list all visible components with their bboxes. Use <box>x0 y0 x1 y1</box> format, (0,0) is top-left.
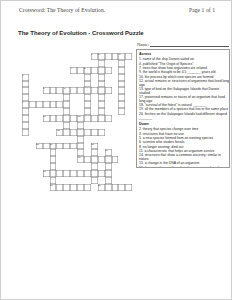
grid-cell[interactable] <box>105 115 112 122</box>
grid-blank <box>29 149 36 156</box>
grid-cell[interactable] <box>22 129 29 136</box>
grid-cell[interactable] <box>22 81 29 88</box>
grid-cell[interactable] <box>50 149 57 156</box>
grid-blank <box>98 122 105 129</box>
grid-cell[interactable] <box>77 87 84 94</box>
grid-cell[interactable] <box>84 108 91 115</box>
clue-item: 16. these reptiles are thought to be anc… <box>139 165 230 168</box>
grid-cell[interactable] <box>98 108 105 115</box>
grid-blank <box>36 170 43 177</box>
clue-number: 9 <box>22 101 23 103</box>
grid-cell[interactable] <box>70 143 77 150</box>
grid-cell[interactable]: 10 <box>43 115 50 122</box>
grid-cell[interactable] <box>91 170 98 177</box>
grid-blank <box>105 60 112 67</box>
grid-cell[interactable] <box>84 81 91 88</box>
grid-blank <box>22 60 29 67</box>
grid-cell[interactable] <box>77 136 84 143</box>
grid-cell[interactable] <box>70 115 77 122</box>
grid-blank <box>112 101 119 108</box>
grid-cell[interactable] <box>118 184 125 191</box>
grid-cell[interactable] <box>29 101 36 108</box>
grid-blank <box>43 53 50 60</box>
grid-cell[interactable] <box>77 67 84 74</box>
grid-cell[interactable] <box>105 87 112 94</box>
grid-blank <box>118 143 125 150</box>
grid-blank <box>36 108 43 115</box>
grid-cell[interactable]: 8 <box>63 87 70 94</box>
grid-cell[interactable] <box>63 170 70 177</box>
grid-cell[interactable]: 17 <box>77 156 84 163</box>
clue-number: 18 <box>43 170 46 172</box>
grid-blank <box>70 108 77 115</box>
grid-cell[interactable] <box>98 60 105 67</box>
grid-blank <box>22 143 29 150</box>
grid-cell[interactable] <box>91 67 98 74</box>
puzzle-title: The Theory of Evolution - Crossword Puzz… <box>18 30 144 36</box>
grid-cell[interactable] <box>50 87 57 94</box>
grid-blank <box>43 149 50 156</box>
grid-cell[interactable] <box>91 156 98 163</box>
grid-cell[interactable] <box>112 156 119 163</box>
grid-cell[interactable] <box>22 108 29 115</box>
grid-cell[interactable] <box>56 87 63 94</box>
grid-blank <box>36 87 43 94</box>
grid-blank <box>98 163 105 170</box>
grid-cell[interactable] <box>56 101 63 108</box>
grid-cell[interactable]: 19 <box>50 184 57 191</box>
grid-cell[interactable] <box>118 87 125 94</box>
grid-blank <box>125 149 132 156</box>
grid-cell[interactable]: 12 <box>56 129 63 136</box>
grid-blank <box>56 67 63 74</box>
grid-blank <box>77 60 84 67</box>
grid-blank <box>56 163 63 170</box>
clue-number: 13 <box>36 143 39 145</box>
grid-cell[interactable]: 2 <box>98 53 105 60</box>
grid-blank <box>125 143 132 150</box>
grid-cell[interactable] <box>84 129 91 136</box>
grid-blank <box>29 87 36 94</box>
grid-blank <box>112 74 119 81</box>
grid-cell[interactable] <box>91 87 98 94</box>
name-blank-line <box>150 41 229 47</box>
grid-blank <box>70 156 77 163</box>
grid-blank <box>125 115 132 122</box>
grid-cell[interactable] <box>98 115 105 122</box>
grid-blank <box>36 177 43 184</box>
grid-cell[interactable] <box>84 101 91 108</box>
grid-cell[interactable]: 9 <box>22 101 29 108</box>
grid-cell[interactable] <box>63 143 70 150</box>
clue-item: 20. finches on the Galapagos Islands had… <box>139 111 230 119</box>
grid-cell[interactable] <box>84 74 91 81</box>
grid-cell[interactable] <box>43 101 50 108</box>
grid-blank <box>105 81 112 88</box>
clue-item: 13. type of bird on the Galapagos Island… <box>139 87 230 95</box>
grid-cell[interactable] <box>22 87 29 94</box>
grid-cell[interactable] <box>50 163 57 170</box>
grid-blank <box>125 81 132 88</box>
clue-item: 9. the world is thought to be 4.5 ______… <box>139 70 230 74</box>
clue-number: 14 <box>50 143 53 145</box>
grid-blank <box>70 122 77 129</box>
clue-number: 2 <box>98 53 99 55</box>
grid-cell[interactable] <box>70 170 77 177</box>
name-field: Name: <box>137 41 229 47</box>
grid-blank <box>43 67 50 74</box>
grid-cell[interactable] <box>98 129 105 136</box>
clue-number: 12 <box>57 129 60 131</box>
across-heading: Across <box>139 52 230 56</box>
grid-blank <box>70 136 77 143</box>
grid-blank <box>112 60 119 67</box>
crossword-grid: 1234567891011121314151617181920 <box>22 53 132 191</box>
grid-blank <box>70 149 77 156</box>
grid-blank <box>125 108 132 115</box>
grid-blank <box>112 108 119 115</box>
grid-blank <box>105 74 112 81</box>
grid-cell[interactable] <box>105 53 112 60</box>
clue-number: 4 <box>71 67 72 69</box>
grid-blank <box>29 170 36 177</box>
grid-cell[interactable] <box>91 177 98 184</box>
grid-cell[interactable] <box>118 67 125 74</box>
grid-blank <box>77 94 84 101</box>
grid-blank <box>56 81 63 88</box>
grid-cell[interactable] <box>98 67 105 74</box>
clue-number: 8 <box>64 87 65 89</box>
grid-cell[interactable] <box>105 184 112 191</box>
grid-blank <box>29 184 36 191</box>
grid-blank <box>105 136 112 143</box>
grid-cell[interactable] <box>91 163 98 170</box>
grid-blank <box>50 108 57 115</box>
grid-blank <box>105 122 112 129</box>
grid-blank <box>112 163 119 170</box>
grid-blank <box>36 122 43 129</box>
grid-cell[interactable] <box>84 87 91 94</box>
grid-cell[interactable] <box>84 170 91 177</box>
down-list: 2. theory that species change over time3… <box>139 127 230 168</box>
grid-cell[interactable]: 4 <box>70 67 77 74</box>
grid-cell[interactable] <box>84 94 91 101</box>
grid-blank <box>63 60 70 67</box>
worksheet-page: Crossword: The Theory of Evolution. Page… <box>0 0 232 300</box>
grid-blank <box>29 53 36 60</box>
clues-content: Across 1. name of the ship Darwin sailed… <box>139 52 230 168</box>
grid-cell[interactable] <box>112 184 119 191</box>
grid-blank <box>43 74 50 81</box>
clue-item: 1. name of the ship Darwin sailed on <box>139 57 230 61</box>
clue-item: 15. a change in the DNA of an organism <box>139 161 230 165</box>
grid-cell[interactable] <box>118 81 125 88</box>
grid-blank <box>43 60 50 67</box>
grid-blank <box>63 177 70 184</box>
grid-cell[interactable] <box>70 87 77 94</box>
across-list: 1. name of the ship Darwin sailed on4. p… <box>139 57 230 119</box>
grid-blank <box>91 108 98 115</box>
grid-blank <box>118 122 125 129</box>
grid-cell[interactable] <box>118 74 125 81</box>
grid-blank <box>105 129 112 136</box>
clue-item: 14. structures that show a common ancest… <box>139 153 230 161</box>
grid-cell[interactable] <box>56 115 63 122</box>
grid-blank <box>84 163 91 170</box>
clue-number: 19 <box>50 184 53 186</box>
grid-cell[interactable] <box>91 129 98 136</box>
grid-blank <box>43 94 50 101</box>
grid-cell[interactable] <box>105 67 112 74</box>
grid-cell[interactable] <box>91 149 98 156</box>
grid-cell[interactable] <box>98 81 105 88</box>
grid-blank <box>70 81 77 88</box>
grid-blank <box>36 74 43 81</box>
grid-cell[interactable]: 6 <box>22 74 29 81</box>
clue-item: 17. preserved remains or traces of an or… <box>139 95 230 103</box>
grid-blank <box>29 129 36 136</box>
grid-cell[interactable] <box>105 156 112 163</box>
grid-cell[interactable]: 15 <box>91 143 98 150</box>
grid-blank <box>56 94 63 101</box>
grid-blank <box>22 156 29 163</box>
grid-cell[interactable] <box>50 156 57 163</box>
grid-cell[interactable] <box>63 184 70 191</box>
grid-cell[interactable]: 18 <box>43 170 50 177</box>
grid-blank <box>125 129 132 136</box>
grid-cell[interactable] <box>63 122 70 129</box>
grid-blank <box>50 67 57 74</box>
grid-cell[interactable]: 5 <box>84 67 91 74</box>
grid-cell[interactable] <box>22 115 29 122</box>
down-heading: Down <box>139 122 230 126</box>
grid-blank <box>43 136 50 143</box>
grid-cell[interactable] <box>118 60 125 67</box>
clue-number: 15 <box>91 143 94 145</box>
grid-blank <box>22 184 29 191</box>
grid-blank <box>118 163 125 170</box>
grid-cell[interactable] <box>22 122 29 129</box>
grid-blank <box>29 143 36 150</box>
grid-cell[interactable] <box>77 170 84 177</box>
grid-cell[interactable] <box>63 94 70 101</box>
grid-cell[interactable] <box>105 163 112 170</box>
grid-cell[interactable] <box>98 101 105 108</box>
grid-cell[interactable] <box>63 129 70 136</box>
grid-blank <box>63 53 70 60</box>
grid-cell[interactable] <box>112 53 119 60</box>
grid-blank <box>84 122 91 129</box>
grid-blank <box>77 74 84 81</box>
page-header-title: Crossword: The Theory of Evolution. <box>19 7 105 13</box>
clue-number: 17 <box>78 156 81 158</box>
grid-blank <box>56 74 63 81</box>
grid-blank <box>112 81 119 88</box>
grid-blank <box>36 81 43 88</box>
grid-blank <box>50 74 57 81</box>
grid-blank <box>91 122 98 129</box>
grid-cell[interactable] <box>77 122 84 129</box>
grid-blank <box>91 74 98 81</box>
clue-number: 20 <box>98 184 101 186</box>
grid-cell[interactable]: 1 <box>91 53 98 60</box>
grid-blank <box>105 101 112 108</box>
grid-blank <box>125 60 132 67</box>
grid-blank <box>84 177 91 184</box>
clue-number: 3 <box>119 53 120 55</box>
grid-blank <box>56 136 63 143</box>
grid-cell[interactable]: 14 <box>50 143 57 150</box>
grid-blank <box>84 143 91 150</box>
grid-blank <box>50 122 57 129</box>
grid-blank <box>70 177 77 184</box>
grid-blank <box>29 177 36 184</box>
grid-cell[interactable] <box>118 94 125 101</box>
grid-blank <box>43 156 50 163</box>
grid-blank <box>22 149 29 156</box>
grid-blank <box>70 101 77 108</box>
grid-blank <box>125 177 132 184</box>
grid-blank <box>125 122 132 129</box>
grid-blank <box>77 163 84 170</box>
grid-cell[interactable] <box>77 143 84 150</box>
grid-blank <box>125 94 132 101</box>
grid-blank <box>43 129 50 136</box>
grid-blank <box>118 170 125 177</box>
grid-cell[interactable] <box>118 101 125 108</box>
grid-cell[interactable] <box>36 101 43 108</box>
grid-blank <box>70 94 77 101</box>
grid-blank <box>56 108 63 115</box>
grid-blank <box>77 177 84 184</box>
grid-blank <box>29 94 36 101</box>
grid-cell[interactable]: 7 <box>43 87 50 94</box>
grid-blank <box>125 67 132 74</box>
grid-blank <box>84 149 91 156</box>
clue-item: 2. theory that species change over time <box>139 127 230 131</box>
clue-item: 7. trees that show how organisms are rel… <box>139 66 230 70</box>
grid-blank <box>105 108 112 115</box>
grid-cell[interactable]: 20 <box>98 184 105 191</box>
grid-blank <box>22 163 29 170</box>
grid-cell[interactable] <box>125 53 132 60</box>
grid-cell[interactable] <box>56 184 63 191</box>
grid-blank <box>125 136 132 143</box>
grid-cell[interactable] <box>84 184 91 191</box>
grid-cell[interactable] <box>98 74 105 81</box>
grid-cell[interactable] <box>118 108 125 115</box>
grid-blank <box>29 74 36 81</box>
clue-item: 6. scientist who studies fossils <box>139 140 230 144</box>
clue-item: 19. all the members of a species that li… <box>139 107 230 111</box>
grid-cell[interactable] <box>63 108 70 115</box>
grid-blank <box>36 67 43 74</box>
grid-cell[interactable] <box>70 129 77 136</box>
grid-cell[interactable] <box>98 156 105 163</box>
grid-blank <box>112 149 119 156</box>
grid-blank <box>50 129 57 136</box>
grid-cell[interactable] <box>98 87 105 94</box>
grid-cell[interactable] <box>98 94 105 101</box>
grid-blank <box>125 170 132 177</box>
grid-blank <box>36 156 43 163</box>
grid-cell[interactable] <box>105 170 112 177</box>
grid-blank <box>56 60 63 67</box>
clue-item: 4. published "The Origin of Species" <box>139 61 230 65</box>
grid-cell[interactable] <box>105 177 112 184</box>
grid-cell[interactable] <box>50 170 57 177</box>
grid-blank <box>29 115 36 122</box>
grid-blank <box>112 94 119 101</box>
grid-cell[interactable] <box>77 129 84 136</box>
grid-blank <box>112 67 119 74</box>
grid-blank <box>36 60 43 67</box>
grid-blank <box>112 136 119 143</box>
grid-cell[interactable] <box>125 184 132 191</box>
clue-item: 11. a characteristic that helps an organ… <box>139 149 230 153</box>
grid-blank <box>91 101 98 108</box>
clue-item: 3. structures that have no use <box>139 131 230 135</box>
grid-cell[interactable] <box>77 184 84 191</box>
grid-blank <box>43 122 50 129</box>
grid-blank <box>50 53 57 60</box>
grid-blank <box>125 87 132 94</box>
grid-cell[interactable] <box>84 156 91 163</box>
grid-blank <box>29 67 36 74</box>
grid-cell[interactable] <box>84 115 91 122</box>
grid-blank <box>98 136 105 143</box>
grid-blank <box>77 81 84 88</box>
grid-cell[interactable]: 3 <box>118 53 125 60</box>
grid-cell[interactable] <box>98 170 105 177</box>
grid-blank <box>125 156 132 163</box>
grid-cell[interactable]: 11 <box>77 115 84 122</box>
grid-blank <box>91 184 98 191</box>
grid-cell[interactable] <box>56 143 63 150</box>
grid-blank <box>98 149 105 156</box>
grid-blank <box>29 136 36 143</box>
grid-blank <box>43 184 50 191</box>
grid-blank <box>36 163 43 170</box>
grid-cell[interactable] <box>43 143 50 150</box>
grid-blank <box>56 53 63 60</box>
clue-item: 18. "survival of the fittest" is natural… <box>139 103 230 107</box>
clues-panel: Across 1. name of the ship Darwin sailed… <box>136 49 230 168</box>
grid-cell[interactable] <box>56 170 63 177</box>
grid-blank <box>91 60 98 67</box>
name-label: Name: <box>137 42 149 47</box>
grid-blank <box>50 81 57 88</box>
clue-number: 16 <box>105 149 108 151</box>
grid-blank <box>112 170 119 177</box>
grid-blank <box>22 53 29 60</box>
grid-cell[interactable] <box>70 184 77 191</box>
grid-blank <box>29 108 36 115</box>
grid-cell[interactable]: 16 <box>105 149 112 156</box>
page-number: Page 1 of 1 <box>189 7 215 13</box>
grid-cell[interactable]: 13 <box>36 143 43 150</box>
grid-cell[interactable] <box>63 101 70 108</box>
clue-number: 1 <box>91 53 92 55</box>
grid-cell[interactable] <box>50 115 57 122</box>
grid-cell[interactable] <box>50 101 57 108</box>
clue-number: 5 <box>84 67 85 69</box>
grid-blank <box>29 156 36 163</box>
grid-cell[interactable] <box>63 115 70 122</box>
grid-blank <box>63 163 70 170</box>
grid-cell[interactable] <box>91 115 98 122</box>
grid-blank <box>118 129 125 136</box>
